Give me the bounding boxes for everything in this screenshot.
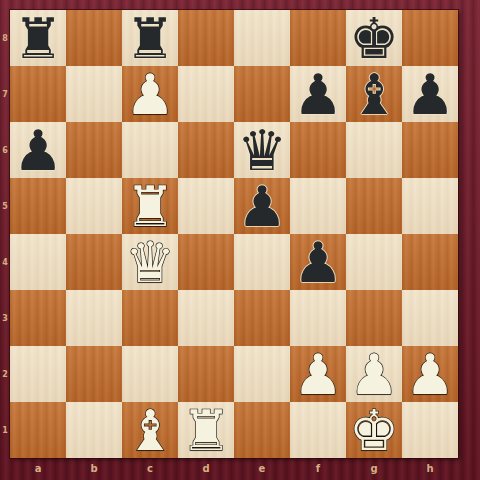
square-e2[interactable] xyxy=(234,346,290,402)
square-b2[interactable] xyxy=(66,346,122,402)
square-e5[interactable]: ♟ xyxy=(234,178,290,234)
square-d8[interactable] xyxy=(178,10,234,66)
square-f2[interactable]: ♟ xyxy=(290,346,346,402)
white-rook-d1[interactable]: ♜ xyxy=(178,402,234,458)
square-h4[interactable] xyxy=(402,234,458,290)
file-label-e: e xyxy=(234,458,290,478)
black-pawn-h7[interactable]: ♟ xyxy=(402,66,458,122)
square-b1[interactable] xyxy=(66,402,122,458)
square-g5[interactable] xyxy=(346,178,402,234)
square-c2[interactable] xyxy=(122,346,178,402)
file-label-g: g xyxy=(346,458,402,478)
square-f8[interactable] xyxy=(290,10,346,66)
square-g2[interactable]: ♟ xyxy=(346,346,402,402)
square-c3[interactable] xyxy=(122,290,178,346)
square-e4[interactable] xyxy=(234,234,290,290)
white-pawn-g2[interactable]: ♟ xyxy=(346,346,402,402)
file-labels: abcdefgh xyxy=(10,458,458,480)
square-h3[interactable] xyxy=(402,290,458,346)
white-rook-c5[interactable]: ♜ xyxy=(122,178,178,234)
square-h6[interactable] xyxy=(402,122,458,178)
square-f3[interactable] xyxy=(290,290,346,346)
black-pawn-f4[interactable]: ♟ xyxy=(290,234,346,290)
rank-labels: 87654321 xyxy=(0,10,10,458)
rank-label-4: 4 xyxy=(0,234,10,290)
rank-label-1: 1 xyxy=(0,402,10,458)
file-label-b: b xyxy=(66,458,122,478)
square-a6[interactable]: ♟ xyxy=(10,122,66,178)
rank-label-8: 8 xyxy=(0,10,10,66)
square-a3[interactable] xyxy=(10,290,66,346)
square-d7[interactable] xyxy=(178,66,234,122)
square-e8[interactable] xyxy=(234,10,290,66)
square-f5[interactable] xyxy=(290,178,346,234)
white-bishop-c1[interactable]: ♝ xyxy=(122,402,178,458)
square-f6[interactable] xyxy=(290,122,346,178)
square-h8[interactable] xyxy=(402,10,458,66)
black-pawn-e5[interactable]: ♟ xyxy=(234,178,290,234)
square-c8[interactable]: ♜ xyxy=(122,10,178,66)
square-f4[interactable]: ♟ xyxy=(290,234,346,290)
square-g1[interactable]: ♚ xyxy=(346,402,402,458)
square-c1[interactable]: ♝ xyxy=(122,402,178,458)
square-d5[interactable] xyxy=(178,178,234,234)
square-a7[interactable] xyxy=(10,66,66,122)
rank-label-7: 7 xyxy=(0,66,10,122)
square-a1[interactable] xyxy=(10,402,66,458)
file-label-d: d xyxy=(178,458,234,478)
square-g3[interactable] xyxy=(346,290,402,346)
black-king-g8[interactable]: ♚ xyxy=(346,10,402,66)
square-b8[interactable] xyxy=(66,10,122,66)
black-bishop-g7[interactable]: ♝ xyxy=(346,66,402,122)
square-e7[interactable] xyxy=(234,66,290,122)
black-pawn-a6[interactable]: ♟ xyxy=(10,122,66,178)
square-h5[interactable] xyxy=(402,178,458,234)
square-b5[interactable] xyxy=(66,178,122,234)
square-g7[interactable]: ♝ xyxy=(346,66,402,122)
black-pawn-f7[interactable]: ♟ xyxy=(290,66,346,122)
square-e6[interactable]: ♛ xyxy=(234,122,290,178)
file-label-a: a xyxy=(10,458,66,478)
square-h1[interactable] xyxy=(402,402,458,458)
square-d6[interactable] xyxy=(178,122,234,178)
chess-board-frame: ♜♜♚♟♟♝♟♟♛♜♟♛♟♟♟♟♝♜♚ 87654321 abcdefgh xyxy=(0,0,480,480)
square-h2[interactable]: ♟ xyxy=(402,346,458,402)
square-d4[interactable] xyxy=(178,234,234,290)
white-queen-c4[interactable]: ♛ xyxy=(122,234,178,290)
square-a4[interactable] xyxy=(10,234,66,290)
white-pawn-h2[interactable]: ♟ xyxy=(402,346,458,402)
white-pawn-f2[interactable]: ♟ xyxy=(290,346,346,402)
square-f7[interactable]: ♟ xyxy=(290,66,346,122)
file-label-c: c xyxy=(122,458,178,478)
file-label-f: f xyxy=(290,458,346,478)
rank-label-2: 2 xyxy=(0,346,10,402)
square-f1[interactable] xyxy=(290,402,346,458)
square-a2[interactable] xyxy=(10,346,66,402)
square-d2[interactable] xyxy=(178,346,234,402)
square-b4[interactable] xyxy=(66,234,122,290)
square-h7[interactable]: ♟ xyxy=(402,66,458,122)
rank-label-3: 3 xyxy=(0,290,10,346)
square-g4[interactable] xyxy=(346,234,402,290)
square-e3[interactable] xyxy=(234,290,290,346)
square-b7[interactable] xyxy=(66,66,122,122)
file-label-h: h xyxy=(402,458,458,478)
white-pawn-c7[interactable]: ♟ xyxy=(122,66,178,122)
square-g6[interactable] xyxy=(346,122,402,178)
chess-board: ♜♜♚♟♟♝♟♟♛♜♟♛♟♟♟♟♝♜♚ xyxy=(10,10,458,458)
white-king-g1[interactable]: ♚ xyxy=(346,402,402,458)
square-c4[interactable]: ♛ xyxy=(122,234,178,290)
square-a8[interactable]: ♜ xyxy=(10,10,66,66)
square-c5[interactable]: ♜ xyxy=(122,178,178,234)
black-rook-a8[interactable]: ♜ xyxy=(10,10,66,66)
square-c7[interactable]: ♟ xyxy=(122,66,178,122)
square-g8[interactable]: ♚ xyxy=(346,10,402,66)
square-d1[interactable]: ♜ xyxy=(178,402,234,458)
black-rook-c8[interactable]: ♜ xyxy=(122,10,178,66)
rank-label-6: 6 xyxy=(0,122,10,178)
black-queen-e6[interactable]: ♛ xyxy=(234,122,290,178)
square-a5[interactable] xyxy=(10,178,66,234)
square-b6[interactable] xyxy=(66,122,122,178)
square-b3[interactable] xyxy=(66,290,122,346)
rank-label-5: 5 xyxy=(0,178,10,234)
square-e1[interactable] xyxy=(234,402,290,458)
square-c6[interactable] xyxy=(122,122,178,178)
square-d3[interactable] xyxy=(178,290,234,346)
